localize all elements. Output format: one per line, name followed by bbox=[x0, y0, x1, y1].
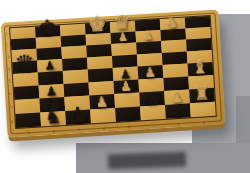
piece-black-knight[interactable]: ♞ bbox=[44, 107, 61, 126]
rank-label-5: 5 bbox=[7, 78, 13, 83]
rank-label-6: 6 bbox=[7, 91, 13, 96]
rank-label-3: 3 bbox=[5, 54, 11, 59]
piece-white-pawn[interactable]: ♟ bbox=[171, 91, 184, 105]
piece-black-pawn[interactable]: ♟ bbox=[45, 85, 57, 98]
file-label-e: e bbox=[100, 125, 108, 130]
rank-label-4: 4 bbox=[6, 66, 12, 71]
chess-board: ♚♛♞♟♟♟♟♟♟♜♝♚♛♞♝♟♟♟♟♟ 12345678hgfedcba bbox=[1, 9, 226, 137]
file-label-h: h bbox=[25, 130, 33, 135]
piece-black-bishop[interactable]: ♝ bbox=[68, 104, 87, 125]
file-label-g: g bbox=[50, 128, 58, 133]
piece-white-pawn[interactable]: ♟ bbox=[118, 32, 128, 43]
piece-white-pawn[interactable]: ♟ bbox=[145, 66, 157, 79]
piece-white-pawn[interactable]: ♟ bbox=[96, 95, 109, 109]
file-label-a: a bbox=[199, 119, 207, 124]
piece-black-queen[interactable]: ♛ bbox=[14, 52, 35, 75]
piece-white-knight[interactable]: ♞ bbox=[166, 16, 179, 30]
file-label-b: b bbox=[175, 120, 183, 125]
piece-white-rook[interactable]: ♜ bbox=[194, 85, 211, 103]
rank-label-8: 8 bbox=[9, 119, 15, 124]
file-label-d: d bbox=[125, 123, 133, 128]
piece-black-king[interactable]: ♚ bbox=[38, 16, 57, 37]
piece-white-pawn[interactable]: ♟ bbox=[143, 31, 153, 42]
file-label-c: c bbox=[150, 122, 158, 127]
square-a8[interactable] bbox=[190, 102, 216, 118]
piece-white-pawn[interactable]: ♟ bbox=[120, 80, 132, 93]
square-c8[interactable] bbox=[140, 105, 166, 121]
piece-black-pawn[interactable]: ♟ bbox=[44, 60, 55, 72]
board-frame: ♚♛♞♟♟♟♟♟♟♜♝♚♛♞♝♟♟♟♟♟ 12345678hgfedcba bbox=[1, 9, 226, 137]
chess-set-photo: ♚♛♞♟♟♟♟♟♟♜♝♚♛♞♝♟♟♟♟♟ 12345678hgfedcba bbox=[0, 0, 250, 173]
piece-black-pawn[interactable]: ♟ bbox=[146, 92, 159, 106]
board-cast-shadow bbox=[108, 152, 186, 170]
square-d8[interactable] bbox=[115, 106, 141, 122]
piece-white-king[interactable]: ♚ bbox=[88, 13, 107, 34]
square-b8[interactable] bbox=[165, 103, 191, 119]
rank-label-2: 2 bbox=[4, 42, 10, 47]
piece-white-bishop[interactable]: ♝ bbox=[192, 57, 209, 76]
square-e8[interactable] bbox=[90, 108, 116, 124]
square-h8[interactable] bbox=[15, 113, 41, 129]
rank-label-1: 1 bbox=[4, 31, 10, 36]
rank-label-7: 7 bbox=[8, 105, 14, 110]
file-label-f: f bbox=[75, 126, 83, 131]
